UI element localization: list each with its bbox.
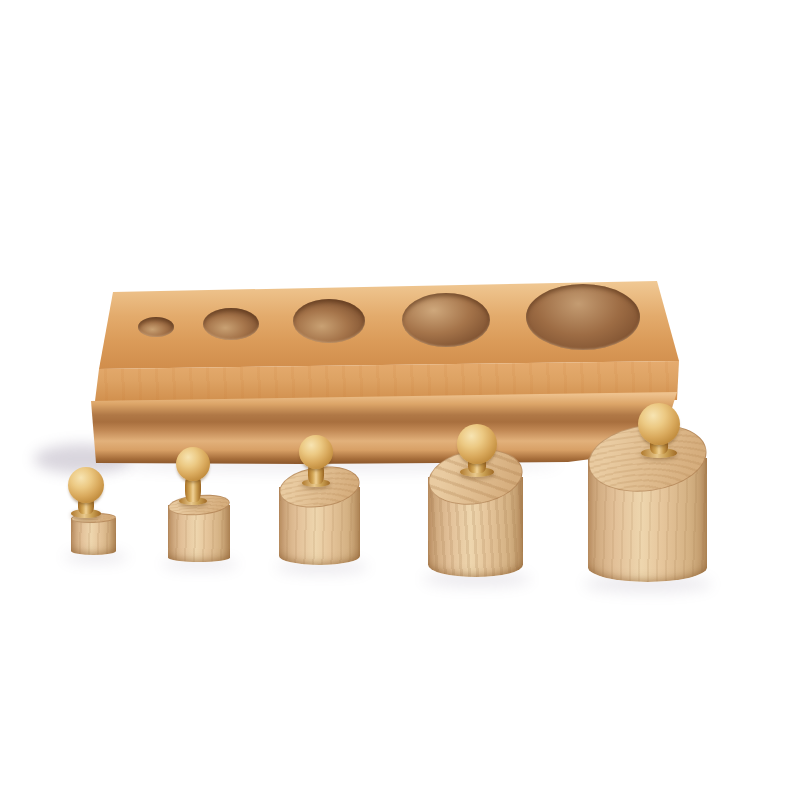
knobbed-cylinders (0, 0, 800, 800)
cylinder-5-largest (588, 425, 707, 582)
knob-ball (457, 424, 497, 464)
product-photo-montessori-cylinder-block (0, 0, 800, 800)
knob-ball (299, 435, 333, 469)
knob-ball (176, 447, 210, 481)
cylinder-3 (279, 467, 360, 565)
cylinder-body (71, 518, 116, 555)
cylinder-4 (428, 450, 523, 577)
cylinder-2 (168, 495, 230, 562)
cylinder-1-smallest (71, 513, 116, 555)
knob-ball (68, 467, 104, 503)
knob-ball (638, 403, 680, 445)
